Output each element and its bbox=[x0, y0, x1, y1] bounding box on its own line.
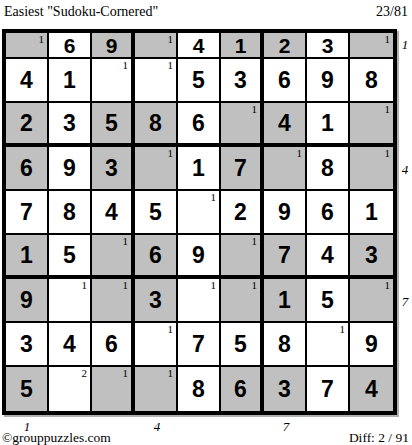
given-digit: 1 bbox=[63, 69, 76, 92]
given-digit: 1 bbox=[365, 201, 378, 224]
cell-r5c8[interactable]: 6 bbox=[307, 191, 350, 235]
given-digit: 6 bbox=[234, 378, 247, 401]
cell-r9c8[interactable]: 7 bbox=[307, 367, 350, 411]
cell-r7c2[interactable]: 1 bbox=[49, 279, 92, 323]
given-digit: 4 bbox=[365, 378, 378, 401]
pencil-mark: 1 bbox=[385, 103, 391, 115]
difficulty-text: Diff: 2 / 91 bbox=[349, 430, 409, 445]
cell-r3c9[interactable]: 1 bbox=[350, 103, 393, 147]
given-digit: 2 bbox=[20, 112, 33, 135]
given-digit: 1 bbox=[278, 289, 291, 312]
pencil-mark: 2 bbox=[82, 367, 88, 379]
progress-counter: 23/81 bbox=[376, 1, 408, 23]
pencil-mark: 1 bbox=[340, 323, 346, 335]
cell-r5c1[interactable]: 7 bbox=[6, 191, 49, 235]
pencil-mark: 1 bbox=[385, 147, 391, 159]
cell-r7c6[interactable]: 1 bbox=[221, 279, 264, 323]
given-digit: 1 bbox=[20, 244, 33, 267]
pencil-mark: 1 bbox=[297, 147, 303, 159]
cell-r6c6[interactable]: 1 bbox=[221, 235, 264, 279]
cell-r9c5[interactable]: 8 bbox=[178, 367, 221, 411]
cell-r6c4[interactable]: 6 bbox=[135, 235, 178, 279]
cell-r7c9[interactable]: 1 bbox=[350, 279, 393, 323]
given-digit: 7 bbox=[278, 244, 291, 267]
cell-r9c6[interactable]: 6 bbox=[221, 367, 264, 411]
given-digit: 4 bbox=[20, 69, 33, 92]
cell-r5c5[interactable]: 1 bbox=[178, 191, 221, 235]
given-digit: 4 bbox=[278, 112, 291, 135]
given-digit: 5 bbox=[20, 378, 33, 401]
cell-r9c4[interactable]: 1 bbox=[135, 367, 178, 411]
cell-r6c5[interactable]: 9 bbox=[178, 235, 221, 279]
cell-r8c1[interactable]: 3 bbox=[6, 323, 49, 367]
given-digit: 3 bbox=[234, 69, 247, 92]
cell-r4c3[interactable]: 3 bbox=[92, 147, 135, 191]
cell-r6c7[interactable]: 7 bbox=[264, 235, 307, 279]
cell-r5c4[interactable]: 5 bbox=[135, 191, 178, 235]
cell-r8c9[interactable]: 9 bbox=[350, 323, 393, 367]
pencil-mark: 1 bbox=[252, 103, 258, 115]
given-digit: 9 bbox=[278, 201, 291, 224]
cell-r1c6[interactable]: 1 bbox=[221, 33, 264, 59]
pencil-mark: 1 bbox=[123, 59, 129, 71]
cell-r8c7[interactable]: 8 bbox=[264, 323, 307, 367]
cell-r1c8[interactable]: 3 bbox=[307, 33, 350, 59]
pencil-mark: 1 bbox=[385, 33, 391, 45]
cell-r4c8[interactable]: 8 bbox=[307, 147, 350, 191]
cell-r1c7[interactable]: 2 bbox=[264, 33, 307, 59]
given-digit: 9 bbox=[321, 69, 334, 92]
row-label-7: 7 bbox=[402, 295, 409, 308]
cell-r5c9[interactable]: 1 bbox=[350, 191, 393, 235]
cell-r6c3[interactable]: 1 bbox=[92, 235, 135, 279]
cell-r8c4[interactable]: 1 bbox=[135, 323, 178, 367]
given-digit: 9 bbox=[106, 35, 118, 56]
pencil-mark: 1 bbox=[82, 279, 88, 291]
given-digit: 3 bbox=[63, 112, 76, 135]
cell-r7c7[interactable]: 1 bbox=[264, 279, 307, 323]
given-digit: 9 bbox=[20, 289, 33, 312]
cell-r1c5[interactable]: 4 bbox=[178, 33, 221, 59]
given-digit: 5 bbox=[105, 112, 118, 135]
copyright-text: ©grouppuzzles.com bbox=[2, 430, 111, 445]
cell-r2c2[interactable]: 1 bbox=[49, 59, 92, 103]
cell-r6c2[interactable]: 5 bbox=[49, 235, 92, 279]
given-digit: 6 bbox=[278, 69, 291, 92]
given-digit: 8 bbox=[149, 112, 162, 135]
header: Easiest "Sudoku-Cornered" 23/81 bbox=[4, 1, 408, 23]
pencil-mark: 1 bbox=[123, 279, 129, 291]
cell-r7c5[interactable]: 1 bbox=[178, 279, 221, 323]
pencil-mark: 1 bbox=[168, 147, 174, 159]
given-digit: 9 bbox=[365, 333, 378, 356]
cell-r2c8[interactable]: 9 bbox=[307, 59, 350, 103]
given-digit: 6 bbox=[105, 333, 118, 356]
given-digit: 7 bbox=[192, 333, 205, 356]
page-title: Easiest "Sudoku-Cornered" bbox=[4, 1, 158, 23]
pencil-mark: 1 bbox=[211, 279, 217, 291]
given-digit: 5 bbox=[63, 244, 76, 267]
pencil-mark: 1 bbox=[168, 323, 174, 335]
cell-r3c5[interactable]: 6 bbox=[178, 103, 221, 147]
given-digit: 4 bbox=[105, 201, 118, 224]
given-digit: 6 bbox=[192, 112, 205, 135]
cell-r1c2[interactable]: 6 bbox=[49, 33, 92, 59]
cell-r7c8[interactable]: 5 bbox=[307, 279, 350, 323]
given-digit: 7 bbox=[321, 378, 334, 401]
cell-r2c5[interactable]: 5 bbox=[178, 59, 221, 103]
cell-r9c7[interactable]: 3 bbox=[264, 367, 307, 411]
cell-r4c4[interactable]: 1 bbox=[135, 147, 178, 191]
cell-r5c6[interactable]: 2 bbox=[221, 191, 264, 235]
given-digit: 8 bbox=[192, 378, 205, 401]
cell-r9c2[interactable]: 2 bbox=[49, 367, 92, 411]
cell-r9c9[interactable]: 4 bbox=[350, 367, 393, 411]
cell-r8c3[interactable]: 6 bbox=[92, 323, 135, 367]
row-label-1: 1 bbox=[402, 38, 409, 51]
sudoku-board: 1691412314111536982358614116931171817845… bbox=[2, 29, 397, 415]
cell-r7c1[interactable]: 9 bbox=[6, 279, 49, 323]
cell-r2c7[interactable]: 6 bbox=[264, 59, 307, 103]
cell-r7c4[interactable]: 3 bbox=[135, 279, 178, 323]
given-digit: 6 bbox=[20, 157, 33, 180]
given-digit: 8 bbox=[321, 157, 334, 180]
cell-r2c3[interactable]: 1 bbox=[92, 59, 135, 103]
given-digit: 1 bbox=[192, 157, 205, 180]
given-digit: 2 bbox=[279, 35, 291, 56]
given-digit: 6 bbox=[149, 244, 162, 267]
pencil-mark: 1 bbox=[252, 235, 258, 247]
cell-r6c8[interactable]: 4 bbox=[307, 235, 350, 279]
pencil-mark: 1 bbox=[168, 33, 174, 45]
given-digit: 4 bbox=[63, 333, 76, 356]
given-digit: 5 bbox=[321, 289, 334, 312]
given-digit: 3 bbox=[365, 244, 378, 267]
cell-r2c6[interactable]: 3 bbox=[221, 59, 264, 103]
cell-r5c7[interactable]: 9 bbox=[264, 191, 307, 235]
pencil-mark: 1 bbox=[123, 367, 129, 379]
cell-r4c1[interactable]: 6 bbox=[6, 147, 49, 191]
given-digit: 3 bbox=[105, 157, 118, 180]
given-digit: 1 bbox=[235, 35, 247, 56]
given-digit: 6 bbox=[64, 35, 76, 56]
given-digit: 5 bbox=[192, 69, 205, 92]
pencil-mark: 1 bbox=[39, 33, 45, 45]
given-digit: 3 bbox=[20, 333, 33, 356]
cell-r5c2[interactable]: 8 bbox=[49, 191, 92, 235]
cell-r1c1[interactable]: 1 bbox=[6, 33, 49, 59]
given-digit: 6 bbox=[321, 201, 334, 224]
pencil-mark: 1 bbox=[385, 279, 391, 291]
cell-r4c9[interactable]: 1 bbox=[350, 147, 393, 191]
pencil-mark: 1 bbox=[211, 191, 217, 203]
cell-r1c9[interactable]: 1 bbox=[350, 33, 393, 59]
cell-r3c1[interactable]: 2 bbox=[6, 103, 49, 147]
given-digit: 4 bbox=[193, 35, 205, 56]
pencil-mark: 1 bbox=[168, 59, 174, 71]
cell-r3c4[interactable]: 8 bbox=[135, 103, 178, 147]
cell-r6c9[interactable]: 3 bbox=[350, 235, 393, 279]
given-digit: 8 bbox=[365, 69, 378, 92]
cell-r9c1[interactable]: 5 bbox=[6, 367, 49, 411]
cell-r6c1[interactable]: 1 bbox=[6, 235, 49, 279]
cell-r3c3[interactable]: 5 bbox=[92, 103, 135, 147]
given-digit: 9 bbox=[192, 244, 205, 267]
given-digit: 2 bbox=[234, 201, 247, 224]
given-digit: 3 bbox=[278, 378, 291, 401]
cell-r2c4[interactable]: 1 bbox=[135, 59, 178, 103]
row-label-4: 4 bbox=[402, 163, 409, 176]
given-digit: 1 bbox=[321, 112, 334, 135]
cell-r4c2[interactable]: 9 bbox=[49, 147, 92, 191]
cell-r3c7[interactable]: 4 bbox=[264, 103, 307, 147]
cell-r3c6[interactable]: 1 bbox=[221, 103, 264, 147]
given-digit: 3 bbox=[149, 289, 162, 312]
pencil-mark: 1 bbox=[123, 235, 129, 247]
cell-r2c1[interactable]: 4 bbox=[6, 59, 49, 103]
given-digit: 3 bbox=[322, 35, 334, 56]
cell-r5c3[interactable]: 4 bbox=[92, 191, 135, 235]
given-digit: 8 bbox=[63, 201, 76, 224]
given-digit: 9 bbox=[63, 157, 76, 180]
given-digit: 7 bbox=[234, 157, 247, 180]
cell-r8c5[interactable]: 7 bbox=[178, 323, 221, 367]
cell-r8c2[interactable]: 4 bbox=[49, 323, 92, 367]
pencil-mark: 1 bbox=[252, 279, 258, 291]
given-digit: 8 bbox=[278, 333, 291, 356]
cell-r4c6[interactable]: 7 bbox=[221, 147, 264, 191]
puzzle-page: Easiest "Sudoku-Cornered" 23/81 16914123… bbox=[0, 0, 412, 445]
given-digit: 7 bbox=[20, 201, 33, 224]
pencil-mark: 1 bbox=[168, 367, 174, 379]
given-digit: 4 bbox=[321, 244, 334, 267]
cell-r1c4[interactable]: 1 bbox=[135, 33, 178, 59]
cell-r3c2[interactable]: 3 bbox=[49, 103, 92, 147]
cell-r2c9[interactable]: 8 bbox=[350, 59, 393, 103]
cell-r7c3[interactable]: 1 bbox=[92, 279, 135, 323]
footer: ©grouppuzzles.com Diff: 2 / 91 bbox=[2, 430, 409, 445]
cell-r9c3[interactable]: 1 bbox=[92, 367, 135, 411]
cell-r4c7[interactable]: 1 bbox=[264, 147, 307, 191]
given-digit: 5 bbox=[149, 201, 162, 224]
cell-r4c5[interactable]: 1 bbox=[178, 147, 221, 191]
cell-r8c6[interactable]: 5 bbox=[221, 323, 264, 367]
cell-r8c8[interactable]: 1 bbox=[307, 323, 350, 367]
cell-r3c8[interactable]: 1 bbox=[307, 103, 350, 147]
cell-r1c3[interactable]: 9 bbox=[92, 33, 135, 59]
given-digit: 5 bbox=[234, 333, 247, 356]
